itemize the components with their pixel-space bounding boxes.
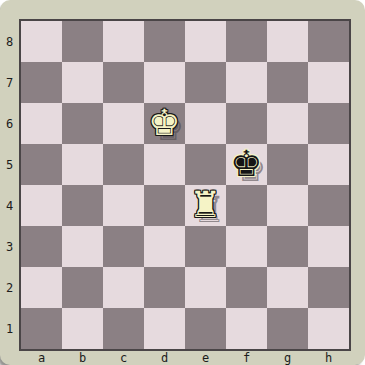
square-h5[interactable]: [308, 144, 349, 185]
square-b4[interactable]: [62, 185, 103, 226]
square-f4[interactable]: [226, 185, 267, 226]
square-g8[interactable]: [267, 21, 308, 62]
file-label-h: h: [308, 351, 349, 365]
square-e6[interactable]: [185, 103, 226, 144]
square-c7[interactable]: [103, 62, 144, 103]
chess-diagram: 87654321 ♚♚♜ abcdefgh: [0, 0, 365, 365]
rank-label-7: 7: [0, 62, 19, 103]
square-d2[interactable]: [144, 267, 185, 308]
square-c4[interactable]: [103, 185, 144, 226]
square-e1[interactable]: [185, 308, 226, 349]
rank-label-1: 1: [0, 308, 19, 349]
square-a5[interactable]: [21, 144, 62, 185]
square-f2[interactable]: [226, 267, 267, 308]
square-c1[interactable]: [103, 308, 144, 349]
file-labels: abcdefgh: [21, 351, 349, 365]
square-f8[interactable]: [226, 21, 267, 62]
square-d7[interactable]: [144, 62, 185, 103]
square-a4[interactable]: [21, 185, 62, 226]
square-e5[interactable]: [185, 144, 226, 185]
square-b2[interactable]: [62, 267, 103, 308]
square-f3[interactable]: [226, 226, 267, 267]
square-e8[interactable]: [185, 21, 226, 62]
square-f7[interactable]: [226, 62, 267, 103]
rank-label-3: 3: [0, 226, 19, 267]
square-h4[interactable]: [308, 185, 349, 226]
square-g6[interactable]: [267, 103, 308, 144]
square-g3[interactable]: [267, 226, 308, 267]
square-a7[interactable]: [21, 62, 62, 103]
square-a2[interactable]: [21, 267, 62, 308]
white-king-d6[interactable]: ♚: [144, 103, 185, 144]
square-d5[interactable]: [144, 144, 185, 185]
square-h8[interactable]: [308, 21, 349, 62]
square-b8[interactable]: [62, 21, 103, 62]
square-h2[interactable]: [308, 267, 349, 308]
rank-label-5: 5: [0, 144, 19, 185]
square-b5[interactable]: [62, 144, 103, 185]
rank-label-4: 4: [0, 185, 19, 226]
square-d6[interactable]: ♚: [144, 103, 185, 144]
square-f6[interactable]: [226, 103, 267, 144]
square-b7[interactable]: [62, 62, 103, 103]
square-e3[interactable]: [185, 226, 226, 267]
square-a1[interactable]: [21, 308, 62, 349]
rank-label-6: 6: [0, 103, 19, 144]
square-h6[interactable]: [308, 103, 349, 144]
square-b6[interactable]: [62, 103, 103, 144]
square-g2[interactable]: [267, 267, 308, 308]
square-c2[interactable]: [103, 267, 144, 308]
square-f5[interactable]: ♚: [226, 144, 267, 185]
square-c3[interactable]: [103, 226, 144, 267]
square-e4[interactable]: ♜: [185, 185, 226, 226]
square-g5[interactable]: [267, 144, 308, 185]
square-b1[interactable]: [62, 308, 103, 349]
black-king-f5[interactable]: ♚: [226, 144, 267, 185]
board-grid: ♚♚♜: [19, 19, 351, 351]
square-g1[interactable]: [267, 308, 308, 349]
square-d4[interactable]: [144, 185, 185, 226]
file-label-b: b: [62, 351, 103, 365]
square-d8[interactable]: [144, 21, 185, 62]
square-c6[interactable]: [103, 103, 144, 144]
square-g4[interactable]: [267, 185, 308, 226]
file-label-d: d: [144, 351, 185, 365]
square-b3[interactable]: [62, 226, 103, 267]
file-label-e: e: [185, 351, 226, 365]
square-a8[interactable]: [21, 21, 62, 62]
square-d3[interactable]: [144, 226, 185, 267]
file-label-f: f: [226, 351, 267, 365]
square-h3[interactable]: [308, 226, 349, 267]
square-c5[interactable]: [103, 144, 144, 185]
square-d1[interactable]: [144, 308, 185, 349]
square-h1[interactable]: [308, 308, 349, 349]
square-f1[interactable]: [226, 308, 267, 349]
square-e7[interactable]: [185, 62, 226, 103]
file-label-g: g: [267, 351, 308, 365]
white-rook-e4[interactable]: ♜: [185, 185, 226, 226]
square-h7[interactable]: [308, 62, 349, 103]
square-a3[interactable]: [21, 226, 62, 267]
square-c8[interactable]: [103, 21, 144, 62]
file-label-c: c: [103, 351, 144, 365]
square-e2[interactable]: [185, 267, 226, 308]
square-g7[interactable]: [267, 62, 308, 103]
rank-label-8: 8: [0, 21, 19, 62]
rank-labels: 87654321: [0, 21, 19, 349]
square-a6[interactable]: [21, 103, 62, 144]
file-label-a: a: [21, 351, 62, 365]
rank-label-2: 2: [0, 267, 19, 308]
